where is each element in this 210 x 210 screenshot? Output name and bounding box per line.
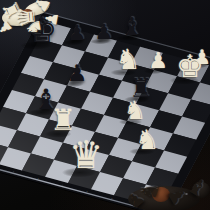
piece-white-rook-fallen: ♜ bbox=[0, 0, 25, 23]
chess-set-photo: ······ ♝♟♟♚♟♟♞♚♟♜♝♞♜♞♛ ♜♛♟♟♞♟ ♞♟♝♟ bbox=[0, 0, 210, 210]
white-piece-heap-blob bbox=[2, 10, 32, 26]
gloss-glint bbox=[184, 192, 189, 196]
chess-board: ······ bbox=[0, 13, 210, 210]
black-piece-heap-blob bbox=[192, 182, 210, 198]
piece-white-pawn-fallen: ♟ bbox=[0, 17, 16, 38]
wooden-knob bbox=[22, 9, 33, 18]
